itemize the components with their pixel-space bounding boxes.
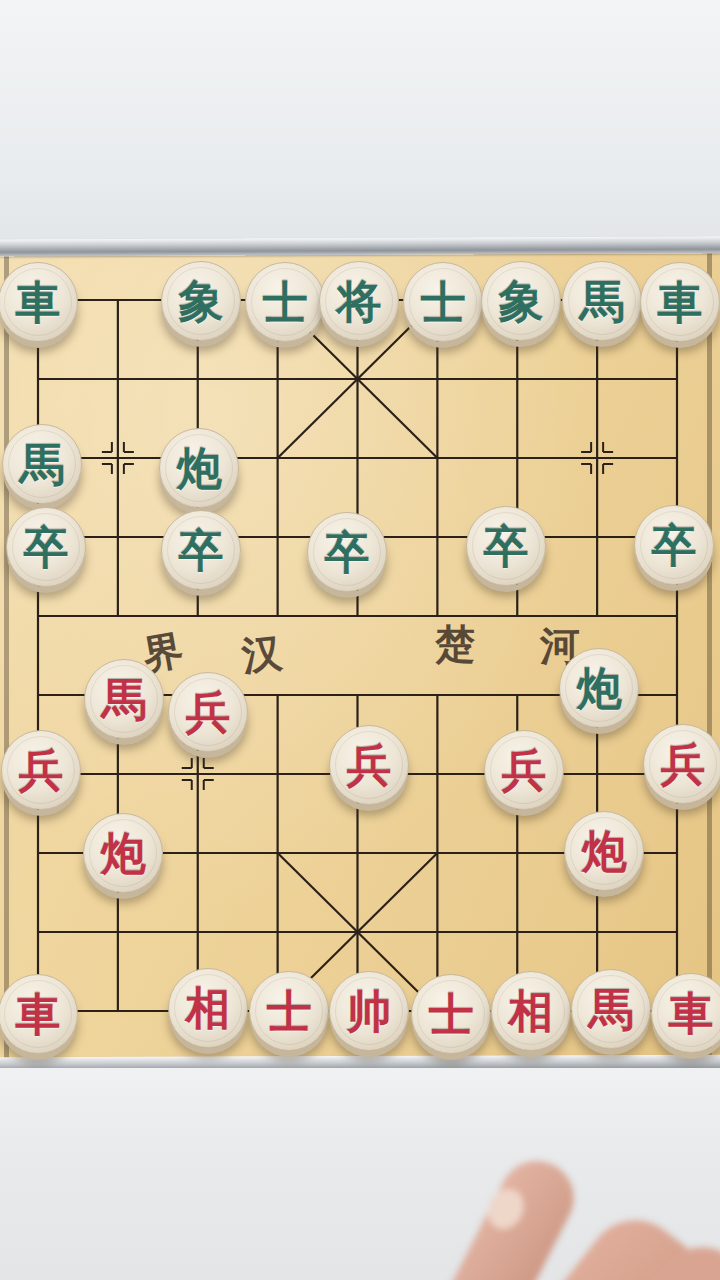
piece-character: 卒 — [179, 528, 224, 573]
piece-green-chariot[interactable]: 車 — [640, 262, 720, 342]
river-text-char: 汉 — [240, 632, 284, 676]
piece-green-elephant[interactable]: 象 — [161, 261, 241, 341]
piece-character: 炮 — [577, 666, 622, 711]
piece-character: 相 — [186, 986, 231, 1031]
piece-character: 士 — [421, 280, 466, 325]
piece-red-cannon[interactable]: 炮 — [564, 811, 644, 891]
piece-green-horse[interactable]: 馬 — [2, 424, 82, 504]
piece-character: 象 — [179, 279, 224, 324]
piece-character: 卒 — [325, 530, 370, 575]
piece-character: 兵 — [347, 743, 392, 788]
piece-character: 馬 — [102, 677, 147, 722]
piece-character: 兵 — [19, 748, 64, 793]
piece-character: 馬 — [20, 442, 65, 487]
piece-red-soldier[interactable]: 兵 — [329, 725, 409, 805]
piece-green-soldier[interactable]: 卒 — [307, 512, 387, 592]
piece-red-elephant[interactable]: 相 — [491, 971, 571, 1051]
piece-red-cannon[interactable]: 炮 — [83, 813, 163, 893]
piece-character: 卒 — [652, 523, 697, 568]
piece-character: 兵 — [502, 748, 547, 793]
piece-green-cannon[interactable]: 炮 — [559, 648, 639, 728]
piece-green-chariot[interactable]: 車 — [0, 262, 78, 342]
piece-red-advisor[interactable]: 士 — [249, 971, 329, 1051]
board-edge-right — [707, 253, 712, 1058]
piece-character: 士 — [263, 280, 308, 325]
river-text-char: 楚 — [435, 624, 475, 664]
board-frame-top — [0, 236, 720, 256]
piece-red-advisor[interactable]: 士 — [411, 974, 491, 1054]
piece-character: 象 — [499, 279, 544, 324]
piece-character: 兵 — [661, 742, 706, 787]
piece-red-horse[interactable]: 馬 — [571, 969, 651, 1049]
piece-character: 士 — [267, 989, 312, 1034]
piece-red-soldier[interactable]: 兵 — [643, 724, 720, 804]
piece-green-horse[interactable]: 馬 — [562, 261, 642, 341]
piece-character: 炮 — [101, 831, 146, 876]
piece-green-soldier[interactable]: 卒 — [466, 506, 546, 586]
piece-character: 炮 — [582, 829, 627, 874]
piece-green-advisor[interactable]: 士 — [403, 262, 483, 342]
piece-green-soldier[interactable]: 卒 — [634, 505, 714, 585]
piece-character: 相 — [509, 989, 554, 1034]
piece-red-chariot[interactable]: 車 — [0, 974, 78, 1054]
piece-red-soldier[interactable]: 兵 — [484, 730, 564, 810]
piece-green-soldier[interactable]: 卒 — [6, 507, 86, 587]
piece-red-soldier[interactable]: 兵 — [1, 730, 81, 810]
background-wall — [0, 0, 720, 243]
piece-green-cannon[interactable]: 炮 — [159, 428, 239, 508]
piece-character: 帅 — [347, 989, 392, 1034]
piece-character: 馬 — [589, 987, 634, 1032]
piece-character: 将 — [337, 279, 382, 324]
piece-character: 士 — [429, 992, 474, 1037]
piece-green-elephant[interactable]: 象 — [481, 261, 561, 341]
piece-red-general[interactable]: 帅 — [329, 971, 409, 1051]
piece-red-soldier[interactable]: 兵 — [168, 672, 248, 752]
piece-character: 兵 — [186, 690, 231, 735]
piece-green-general[interactable]: 将 — [319, 261, 399, 341]
piece-green-advisor[interactable]: 士 — [245, 262, 325, 342]
piece-character: 炮 — [177, 446, 222, 491]
table-surface — [0, 1068, 720, 1280]
piece-character: 卒 — [484, 524, 529, 569]
piece-character: 馬 — [580, 279, 625, 324]
board-edge-left — [4, 253, 9, 1058]
piece-character: 車 — [658, 280, 703, 325]
piece-character: 車 — [16, 280, 61, 325]
piece-red-horse[interactable]: 馬 — [84, 659, 164, 739]
piece-green-soldier[interactable]: 卒 — [161, 510, 241, 590]
piece-character: 卒 — [24, 525, 69, 570]
xiangqi-scene: 界汉楚河 車象士将士象馬車馬炮卒卒卒卒卒炮馬兵兵兵兵兵炮炮車相士帅士相馬車 — [0, 0, 720, 1280]
piece-character: 車 — [669, 991, 714, 1036]
piece-red-elephant[interactable]: 相 — [168, 968, 248, 1048]
piece-character: 車 — [16, 992, 61, 1037]
